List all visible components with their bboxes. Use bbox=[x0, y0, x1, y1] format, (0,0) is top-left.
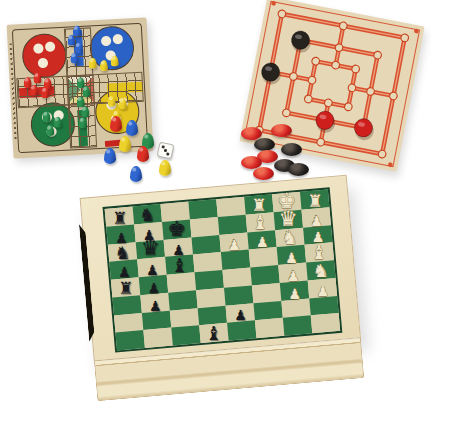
morris-point bbox=[331, 61, 340, 70]
ludo-pawn-red bbox=[30, 85, 39, 96]
ludo-pawn-green bbox=[82, 86, 91, 97]
chess-piece-black-rook: ♜ bbox=[112, 209, 127, 226]
board-square: ♝ bbox=[199, 323, 228, 343]
die bbox=[157, 142, 175, 160]
checker-piece-black bbox=[288, 163, 309, 176]
board-square bbox=[255, 318, 284, 338]
chess-piece-black-knight: ♞ bbox=[114, 244, 130, 262]
ludo-pawn-green bbox=[46, 124, 55, 135]
board-square bbox=[115, 330, 144, 350]
chess-box-lid: ♜♞♜♚♜♟♟♚♝♛♟♞♛♟♟♟♞♟♟♟♝♟♝♜♟♟♞♟♟♟♟♝ bbox=[80, 175, 361, 362]
ludo-pawn-blue bbox=[73, 25, 82, 36]
morris-point bbox=[366, 87, 375, 96]
morris-point bbox=[324, 98, 333, 107]
chess-piece-white-bishop: ♝ bbox=[252, 213, 269, 232]
chess-piece-black-rook: ♜ bbox=[118, 280, 133, 297]
ludo-pawn-yellow bbox=[111, 55, 120, 66]
chess-box: ♜♞♜♚♜♟♟♚♝♛♟♞♛♟♟♟♞♟♟♟♝♟♝♜♟♟♞♟♟♟♟♝ bbox=[80, 175, 365, 402]
chess-piece-black-queen: ♛ bbox=[141, 238, 160, 259]
morris-point bbox=[344, 102, 353, 111]
ludo-pawn-green bbox=[42, 111, 51, 122]
chess-piece-black-pawn: ♟ bbox=[234, 309, 247, 323]
chess-piece-white-knight: ♞ bbox=[313, 262, 329, 280]
ludo-pawn-yellow bbox=[88, 58, 97, 69]
chess-piece-white-pawn: ♟ bbox=[288, 286, 301, 300]
morris-point bbox=[282, 108, 291, 117]
chess-piece-white-pawn: ♟ bbox=[310, 213, 323, 227]
chess-piece-white-pawn: ♟ bbox=[228, 238, 241, 252]
morris-point bbox=[335, 43, 344, 52]
chess-piece-black-pawn: ♟ bbox=[118, 265, 131, 279]
nine-mens-morris-board bbox=[239, 0, 424, 172]
chess-piece-white-knight: ♞ bbox=[282, 229, 298, 247]
die-pip bbox=[164, 149, 167, 152]
die-pip bbox=[166, 152, 169, 155]
ludo-pawn-blue bbox=[70, 52, 79, 63]
ludo-pawn-blue bbox=[130, 166, 142, 182]
checker-piece-red bbox=[253, 167, 274, 180]
die-pip bbox=[162, 145, 165, 148]
chess-piece-black-knight: ♞ bbox=[139, 206, 155, 224]
ludo-pawns-on-board bbox=[7, 17, 154, 158]
board-square bbox=[227, 321, 256, 341]
morris-point bbox=[348, 83, 357, 92]
chess-piece-black-pawn: ♟ bbox=[146, 263, 159, 277]
morris-point bbox=[378, 150, 387, 159]
ludo-pawn-red bbox=[33, 73, 42, 84]
morris-point bbox=[289, 72, 298, 81]
ludo-pawn-red bbox=[41, 87, 50, 98]
checker-piece-black bbox=[274, 159, 295, 172]
morris-point bbox=[373, 51, 382, 60]
chess-grid: ♜♞♜♚♜♟♟♚♝♛♟♞♛♟♟♟♞♟♟♟♝♟♝♜♟♟♞♟♟♟♟♝ bbox=[105, 189, 341, 350]
chess-piece-black-king: ♚ bbox=[167, 218, 186, 239]
chess-piece-white-pawn: ♟ bbox=[285, 251, 298, 265]
morris-point bbox=[339, 21, 348, 30]
morris-point bbox=[308, 76, 317, 85]
ludo-pawn-green bbox=[54, 116, 63, 127]
morris-point bbox=[400, 33, 409, 42]
ludo-board bbox=[7, 17, 154, 158]
checker-piece-red bbox=[257, 150, 278, 163]
checker-piece-red bbox=[241, 156, 262, 169]
chess-piece-black-bishop: ♝ bbox=[205, 324, 222, 343]
ludo-pawn-blue bbox=[68, 35, 77, 46]
board-square bbox=[311, 313, 340, 333]
chess-piece-black-bishop: ♝ bbox=[171, 256, 188, 275]
morris-point bbox=[277, 9, 286, 18]
ludo-pawn-blue bbox=[75, 42, 84, 53]
ludo-pawn-green bbox=[76, 96, 85, 107]
ludo-pawn-yellow bbox=[100, 60, 109, 71]
ludo-pawn-green bbox=[81, 106, 90, 117]
board-square bbox=[143, 328, 172, 348]
chess-piece-white-pawn: ♟ bbox=[316, 284, 329, 298]
ludo-pawn-yellow bbox=[107, 96, 116, 107]
chess-piece-white-rook: ♜ bbox=[307, 192, 322, 209]
morris-point bbox=[311, 57, 320, 66]
chess-board: ♜♞♜♚♜♟♟♚♝♛♟♞♛♟♟♟♞♟♟♟♝♟♝♜♟♟♞♟♟♟♟♝ bbox=[102, 187, 342, 352]
ludo-pawn-green bbox=[79, 117, 88, 128]
board-square bbox=[283, 316, 312, 336]
morris-lines bbox=[239, 0, 424, 172]
board-square bbox=[171, 325, 200, 345]
chess-piece-black-pawn: ♟ bbox=[147, 281, 160, 295]
morris-point bbox=[389, 91, 398, 100]
board-game-set-photo: ♜♞♜♚♜♟♟♚♝♛♟♞♛♟♟♟♞♟♟♟♝♟♝♜♟♟♞♟♟♟♟♝ bbox=[0, 0, 450, 422]
morris-point bbox=[351, 65, 360, 74]
chess-piece-black-pawn: ♟ bbox=[149, 298, 162, 312]
chess-piece-white-pawn: ♟ bbox=[287, 268, 300, 282]
ludo-pawn-yellow bbox=[112, 110, 121, 121]
ludo-pawn-yellow bbox=[159, 160, 171, 176]
morris-point bbox=[255, 126, 264, 135]
chess-piece-white-pawn: ♟ bbox=[256, 236, 269, 250]
morris-point bbox=[304, 95, 313, 104]
morris-point bbox=[316, 138, 325, 147]
ludo-pawn-yellow bbox=[119, 98, 128, 109]
